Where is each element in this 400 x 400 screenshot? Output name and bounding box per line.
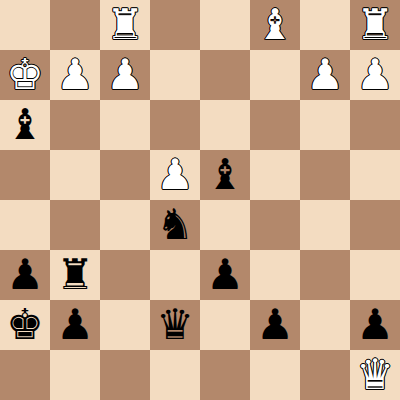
black-knight[interactable]: ♞	[156, 204, 194, 246]
black-queen[interactable]: ♛	[156, 304, 194, 346]
white-pawn[interactable]: ♟	[356, 54, 394, 96]
square-a2[interactable]: ♚	[0, 300, 50, 350]
square-h8[interactable]: ♜	[350, 0, 400, 50]
square-b2[interactable]: ♟	[50, 300, 100, 350]
square-g2[interactable]	[300, 300, 350, 350]
black-bishop[interactable]: ♝	[6, 104, 44, 146]
square-e8[interactable]	[200, 0, 250, 50]
square-g8[interactable]	[300, 0, 350, 50]
chess-board: ♜♝♜♚♟♟♟♟♝♟♝♞♟♜♟♚♟♛♟♟♛	[0, 0, 400, 400]
white-pawn[interactable]: ♟	[106, 54, 144, 96]
white-pawn[interactable]: ♟	[156, 154, 194, 196]
black-bishop[interactable]: ♝	[206, 154, 244, 196]
white-rook[interactable]: ♜	[356, 4, 394, 46]
square-g5[interactable]	[300, 150, 350, 200]
square-b1[interactable]	[50, 350, 100, 400]
square-a1[interactable]	[0, 350, 50, 400]
square-a3[interactable]: ♟	[0, 250, 50, 300]
square-a6[interactable]: ♝	[0, 100, 50, 150]
square-e2[interactable]	[200, 300, 250, 350]
square-d6[interactable]	[150, 100, 200, 150]
square-e7[interactable]	[200, 50, 250, 100]
white-queen[interactable]: ♛	[356, 354, 394, 396]
square-h2[interactable]: ♟	[350, 300, 400, 350]
square-c4[interactable]	[100, 200, 150, 250]
square-c1[interactable]	[100, 350, 150, 400]
square-f2[interactable]: ♟	[250, 300, 300, 350]
white-rook[interactable]: ♜	[106, 4, 144, 46]
square-d5[interactable]: ♟	[150, 150, 200, 200]
square-c8[interactable]: ♜	[100, 0, 150, 50]
square-f1[interactable]	[250, 350, 300, 400]
square-e5[interactable]: ♝	[200, 150, 250, 200]
square-b5[interactable]	[50, 150, 100, 200]
square-h5[interactable]	[350, 150, 400, 200]
square-e1[interactable]	[200, 350, 250, 400]
black-pawn[interactable]: ♟	[6, 254, 44, 296]
square-g4[interactable]	[300, 200, 350, 250]
square-d8[interactable]	[150, 0, 200, 50]
square-a5[interactable]	[0, 150, 50, 200]
square-b6[interactable]	[50, 100, 100, 150]
square-f4[interactable]	[250, 200, 300, 250]
square-h7[interactable]: ♟	[350, 50, 400, 100]
square-h6[interactable]	[350, 100, 400, 150]
square-g7[interactable]: ♟	[300, 50, 350, 100]
square-g1[interactable]	[300, 350, 350, 400]
square-c2[interactable]	[100, 300, 150, 350]
square-h1[interactable]: ♛	[350, 350, 400, 400]
square-a7[interactable]: ♚	[0, 50, 50, 100]
black-pawn[interactable]: ♟	[256, 304, 294, 346]
square-d3[interactable]	[150, 250, 200, 300]
square-e4[interactable]	[200, 200, 250, 250]
square-b4[interactable]	[50, 200, 100, 250]
square-a4[interactable]	[0, 200, 50, 250]
black-pawn[interactable]: ♟	[56, 304, 94, 346]
square-c5[interactable]	[100, 150, 150, 200]
black-pawn[interactable]: ♟	[206, 254, 244, 296]
square-h3[interactable]	[350, 250, 400, 300]
square-f6[interactable]	[250, 100, 300, 150]
white-bishop[interactable]: ♝	[256, 4, 294, 46]
square-d4[interactable]: ♞	[150, 200, 200, 250]
black-pawn[interactable]: ♟	[356, 304, 394, 346]
square-d2[interactable]: ♛	[150, 300, 200, 350]
square-b7[interactable]: ♟	[50, 50, 100, 100]
square-f5[interactable]	[250, 150, 300, 200]
square-c3[interactable]	[100, 250, 150, 300]
square-e6[interactable]	[200, 100, 250, 150]
square-g6[interactable]	[300, 100, 350, 150]
square-b3[interactable]: ♜	[50, 250, 100, 300]
square-e3[interactable]: ♟	[200, 250, 250, 300]
square-f8[interactable]: ♝	[250, 0, 300, 50]
square-a8[interactable]	[0, 0, 50, 50]
black-king[interactable]: ♚	[6, 304, 44, 346]
square-f7[interactable]	[250, 50, 300, 100]
black-rook[interactable]: ♜	[56, 254, 94, 296]
white-pawn[interactable]: ♟	[56, 54, 94, 96]
square-d7[interactable]	[150, 50, 200, 100]
square-b8[interactable]	[50, 0, 100, 50]
square-c6[interactable]	[100, 100, 150, 150]
square-g3[interactable]	[300, 250, 350, 300]
white-pawn[interactable]: ♟	[306, 54, 344, 96]
square-d1[interactable]	[150, 350, 200, 400]
square-h4[interactable]	[350, 200, 400, 250]
white-king[interactable]: ♚	[6, 54, 44, 96]
square-f3[interactable]	[250, 250, 300, 300]
square-c7[interactable]: ♟	[100, 50, 150, 100]
